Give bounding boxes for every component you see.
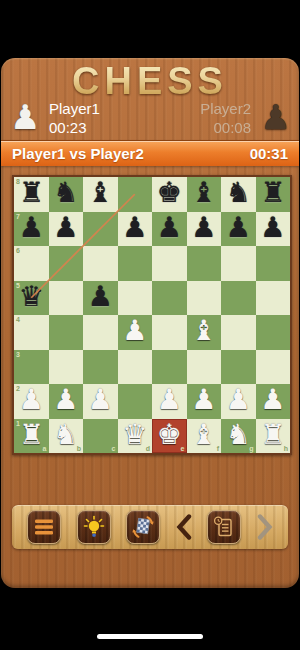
wood-panel: CHESS ♟ Player1 00:23 Player2 00:08 ♟ Pl… (1, 58, 299, 588)
file-label: a (43, 445, 47, 452)
square-a3[interactable]: 3 (14, 350, 49, 385)
square-b1[interactable]: b♞ (49, 419, 84, 454)
move-list-icon (212, 515, 236, 539)
square-c8[interactable]: ♝ (83, 177, 118, 212)
file-label: h (284, 445, 288, 452)
rank-label: 5 (16, 282, 20, 289)
square-h7[interactable]: ♟ (256, 212, 291, 247)
square-d4[interactable]: ♟ (118, 315, 153, 350)
square-g4[interactable] (221, 315, 256, 350)
square-c2[interactable]: ♟ (83, 384, 118, 419)
square-f6[interactable] (187, 246, 222, 281)
white-player-name: Player1 (49, 100, 100, 117)
white-knight: ♞ (226, 421, 251, 449)
square-c1[interactable]: c (83, 419, 118, 454)
black-knight: ♞ (226, 179, 251, 207)
square-e3[interactable] (152, 350, 187, 385)
menu-button[interactable] (27, 510, 61, 544)
square-g3[interactable] (221, 350, 256, 385)
square-f2[interactable]: ♟ (187, 384, 222, 419)
chevron-right-icon (257, 514, 273, 540)
square-c4[interactable] (83, 315, 118, 350)
black-pawn: ♟ (260, 214, 285, 242)
square-h4[interactable] (256, 315, 291, 350)
square-a4[interactable]: 4 (14, 315, 49, 350)
rotate-board-icon (130, 514, 156, 540)
black-player-clock: 00:08 (213, 119, 251, 136)
square-h5[interactable] (256, 281, 291, 316)
square-f3[interactable] (187, 350, 222, 385)
chess-board: 8♜♞♝♚♝♞♜7♟♟♟♟♟♟♟65♛♟4♟♝32♟♟♟♟♟♟♟1a♜b♞cd♛… (12, 175, 292, 455)
square-a7[interactable]: 7♟ (14, 212, 49, 247)
hamburger-menu-icon (34, 518, 54, 536)
square-c6[interactable] (83, 246, 118, 281)
white-rook: ♜ (19, 421, 44, 449)
square-f8[interactable]: ♝ (187, 177, 222, 212)
home-indicator[interactable] (97, 634, 203, 639)
square-d7[interactable]: ♟ (118, 212, 153, 247)
square-h6[interactable] (256, 246, 291, 281)
square-c3[interactable] (83, 350, 118, 385)
rank-label: 7 (16, 213, 20, 220)
black-pawn: ♟ (191, 214, 216, 242)
square-e7[interactable]: ♟ (152, 212, 187, 247)
square-c5[interactable]: ♟ (83, 281, 118, 316)
rank-label: 4 (16, 316, 20, 323)
white-bishop: ♝ (191, 421, 216, 449)
white-pawn: ♟ (88, 386, 113, 414)
move-list-button[interactable] (207, 510, 241, 544)
black-pawn: ♟ (53, 214, 78, 242)
black-king: ♚ (157, 179, 182, 207)
square-a5[interactable]: 5♛ (14, 281, 49, 316)
square-d3[interactable] (118, 350, 153, 385)
file-label: g (249, 445, 253, 452)
square-e4[interactable] (152, 315, 187, 350)
black-player-name: Player2 (200, 100, 251, 117)
rank-label: 8 (16, 178, 20, 185)
white-pawn: ♟ (122, 317, 147, 345)
square-f7[interactable]: ♟ (187, 212, 222, 247)
square-e1[interactable]: e♚ (152, 419, 187, 454)
file-label: d (146, 445, 150, 452)
square-h1[interactable]: h♜ (256, 419, 291, 454)
white-rook: ♜ (260, 421, 285, 449)
square-d1[interactable]: d♛ (118, 419, 153, 454)
file-label: c (112, 445, 116, 452)
white-pawn-icon: ♟ (10, 100, 40, 134)
square-d8[interactable] (118, 177, 153, 212)
square-d2[interactable] (118, 384, 153, 419)
chevron-left-icon (176, 514, 192, 540)
square-d5[interactable] (118, 281, 153, 316)
game-clock: 00:31 (250, 145, 288, 162)
black-pawn: ♟ (88, 283, 113, 311)
square-g2[interactable]: ♟ (221, 384, 256, 419)
square-e5[interactable] (152, 281, 187, 316)
square-g6[interactable] (221, 246, 256, 281)
square-e2[interactable]: ♟ (152, 384, 187, 419)
rank-label: 3 (16, 351, 20, 358)
app-screen: CHESS ♟ Player1 00:23 Player2 00:08 ♟ Pl… (0, 0, 300, 650)
square-h3[interactable] (256, 350, 291, 385)
white-pawn: ♟ (226, 386, 251, 414)
white-king: ♚ (157, 421, 182, 449)
black-pawn: ♟ (19, 214, 44, 242)
black-bishop: ♝ (191, 179, 216, 207)
square-f4[interactable]: ♝ (187, 315, 222, 350)
black-pawn-icon: ♟ (261, 100, 291, 134)
players-row: ♟ Player1 00:23 Player2 00:08 ♟ (1, 100, 299, 140)
square-a2[interactable]: 2♟ (14, 384, 49, 419)
square-a1[interactable]: 1a♜ (14, 419, 49, 454)
match-bar: Player1 vs Player2 00:31 (1, 140, 299, 166)
white-pawn: ♟ (157, 386, 182, 414)
square-e8[interactable]: ♚ (152, 177, 187, 212)
square-b5[interactable] (49, 281, 84, 316)
white-knight: ♞ (53, 421, 78, 449)
square-b8[interactable]: ♞ (49, 177, 84, 212)
square-g1[interactable]: g♞ (221, 419, 256, 454)
back-button[interactable] (176, 514, 192, 540)
black-queen: ♛ (19, 283, 44, 311)
file-label: b (77, 445, 81, 452)
square-a8[interactable]: 8♜ (14, 177, 49, 212)
square-g8[interactable]: ♞ (221, 177, 256, 212)
square-b6[interactable] (49, 246, 84, 281)
toolbar (12, 505, 288, 549)
square-b4[interactable] (49, 315, 84, 350)
square-g7[interactable]: ♟ (221, 212, 256, 247)
rank-label: 2 (16, 385, 20, 392)
square-e6[interactable] (152, 246, 187, 281)
hint-button[interactable] (77, 510, 111, 544)
file-label: e (181, 445, 185, 452)
black-rook: ♜ (260, 179, 285, 207)
light-bulb-icon (82, 515, 106, 539)
square-c7[interactable] (83, 212, 118, 247)
app-title: CHESS (1, 60, 299, 103)
square-b7[interactable]: ♟ (49, 212, 84, 247)
white-player-clock: 00:23 (49, 119, 87, 136)
black-pawn: ♟ (157, 214, 182, 242)
square-g5[interactable] (221, 281, 256, 316)
flip-board-button[interactable] (126, 510, 160, 544)
square-f1[interactable]: f♝ (187, 419, 222, 454)
forward-button[interactable] (257, 514, 273, 540)
black-pawn: ♟ (122, 214, 147, 242)
white-queen: ♛ (122, 421, 147, 449)
file-label: f (217, 445, 219, 452)
square-b2[interactable]: ♟ (49, 384, 84, 419)
white-pawn: ♟ (260, 386, 285, 414)
black-knight: ♞ (53, 179, 78, 207)
white-pawn: ♟ (191, 386, 216, 414)
square-b3[interactable] (49, 350, 84, 385)
square-a6[interactable]: 6 (14, 246, 49, 281)
white-pawn: ♟ (53, 386, 78, 414)
board-grid: 8♜♞♝♚♝♞♜7♟♟♟♟♟♟♟65♛♟4♟♝32♟♟♟♟♟♟♟1a♜b♞cd♛… (14, 177, 290, 453)
rank-label: 1 (16, 420, 20, 427)
square-f5[interactable] (187, 281, 222, 316)
rank-label: 6 (16, 247, 20, 254)
square-d6[interactable] (118, 246, 153, 281)
black-rook: ♜ (19, 179, 44, 207)
match-label: Player1 vs Player2 (12, 145, 144, 162)
black-bishop: ♝ (88, 179, 113, 207)
square-h8[interactable]: ♜ (256, 177, 291, 212)
white-pawn: ♟ (19, 386, 44, 414)
square-h2[interactable]: ♟ (256, 384, 291, 419)
white-bishop: ♝ (191, 317, 216, 345)
black-pawn: ♟ (226, 214, 251, 242)
